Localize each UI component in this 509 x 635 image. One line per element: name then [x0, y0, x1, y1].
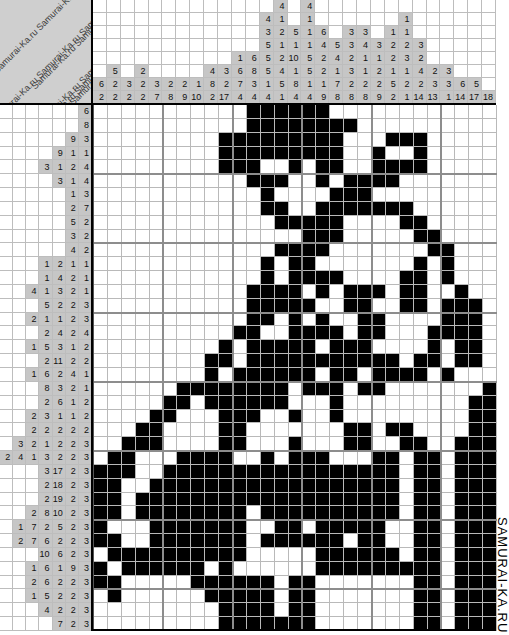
grid-cell-empty[interactable]	[136, 216, 150, 230]
grid-cell-empty[interactable]	[400, 465, 414, 479]
grid-cell-empty[interactable]	[483, 216, 497, 230]
grid-cell-filled[interactable]	[247, 147, 261, 161]
grid-cell-empty[interactable]	[219, 299, 233, 313]
grid-cell-empty[interactable]	[163, 423, 177, 437]
grid-cell-filled[interactable]	[233, 326, 247, 340]
grid-cell-empty[interactable]	[330, 105, 344, 119]
grid-cell-filled[interactable]	[414, 285, 428, 299]
grid-cell-empty[interactable]	[205, 105, 219, 119]
grid-cell-empty[interactable]	[330, 257, 344, 271]
grid-cell-empty[interactable]	[108, 285, 122, 299]
grid-cell-filled[interactable]	[330, 382, 344, 396]
grid-cell-empty[interactable]	[483, 299, 497, 313]
grid-cell-filled[interactable]	[275, 133, 289, 147]
grid-cell-empty[interactable]	[469, 119, 483, 133]
grid-cell-empty[interactable]	[455, 216, 469, 230]
grid-cell-filled[interactable]	[428, 340, 442, 354]
grid-cell-empty[interactable]	[289, 188, 303, 202]
grid-cell-filled[interactable]	[233, 382, 247, 396]
grid-cell-filled[interactable]	[483, 410, 497, 424]
grid-cell-filled[interactable]	[261, 354, 275, 368]
grid-cell-filled[interactable]	[205, 354, 219, 368]
grid-cell-filled[interactable]	[344, 562, 358, 576]
grid-cell-empty[interactable]	[316, 257, 330, 271]
grid-cell-filled[interactable]	[414, 603, 428, 617]
grid-cell-empty[interactable]	[386, 603, 400, 617]
grid-cell-empty[interactable]	[177, 147, 191, 161]
grid-cell-filled[interactable]	[302, 465, 316, 479]
grid-cell-empty[interactable]	[122, 299, 136, 313]
grid-cell-filled[interactable]	[163, 506, 177, 520]
grid-cell-filled[interactable]	[233, 160, 247, 174]
grid-cell-empty[interactable]	[261, 230, 275, 244]
grid-cell-empty[interactable]	[372, 133, 386, 147]
grid-cell-filled[interactable]	[302, 368, 316, 382]
grid-cell-empty[interactable]	[150, 147, 164, 161]
grid-cell-empty[interactable]	[177, 243, 191, 257]
grid-cell-filled[interactable]	[414, 368, 428, 382]
grid-cell-empty[interactable]	[233, 119, 247, 133]
grid-cell-filled[interactable]	[289, 493, 303, 507]
grid-cell-filled[interactable]	[344, 368, 358, 382]
grid-cell-empty[interactable]	[163, 202, 177, 216]
grid-cell-empty[interactable]	[455, 188, 469, 202]
grid-cell-empty[interactable]	[122, 202, 136, 216]
grid-cell-filled[interactable]	[414, 230, 428, 244]
grid-cell-empty[interactable]	[150, 617, 164, 631]
grid-cell-empty[interactable]	[177, 160, 191, 174]
grid-cell-filled[interactable]	[275, 216, 289, 230]
grid-cell-empty[interactable]	[94, 216, 108, 230]
grid-cell-filled[interactable]	[316, 562, 330, 576]
grid-cell-filled[interactable]	[414, 257, 428, 271]
grid-cell-filled[interactable]	[247, 354, 261, 368]
grid-cell-empty[interactable]	[150, 299, 164, 313]
grid-cell-filled[interactable]	[455, 313, 469, 327]
grid-cell-empty[interactable]	[94, 451, 108, 465]
grid-cell-empty[interactable]	[372, 576, 386, 590]
grid-cell-filled[interactable]	[247, 589, 261, 603]
grid-cell-empty[interactable]	[344, 576, 358, 590]
grid-cell-empty[interactable]	[400, 119, 414, 133]
grid-cell-empty[interactable]	[150, 589, 164, 603]
grid-cell-empty[interactable]	[191, 423, 205, 437]
grid-cell-filled[interactable]	[330, 506, 344, 520]
grid-cell-filled[interactable]	[372, 534, 386, 548]
grid-cell-filled[interactable]	[469, 340, 483, 354]
grid-cell-empty[interactable]	[150, 354, 164, 368]
grid-cell-empty[interactable]	[219, 243, 233, 257]
grid-cell-filled[interactable]	[344, 423, 358, 437]
grid-cell-empty[interactable]	[108, 340, 122, 354]
grid-cell-filled[interactable]	[400, 216, 414, 230]
grid-cell-empty[interactable]	[455, 382, 469, 396]
grid-cell-filled[interactable]	[108, 534, 122, 548]
grid-cell-empty[interactable]	[122, 520, 136, 534]
grid-cell-empty[interactable]	[136, 313, 150, 327]
grid-cell-empty[interactable]	[150, 160, 164, 174]
grid-cell-empty[interactable]	[94, 340, 108, 354]
grid-cell-empty[interactable]	[205, 243, 219, 257]
grid-cell-filled[interactable]	[163, 479, 177, 493]
grid-cell-filled[interactable]	[441, 313, 455, 327]
grid-cell-filled[interactable]	[233, 534, 247, 548]
grid-cell-filled[interactable]	[150, 520, 164, 534]
grid-cell-filled[interactable]	[247, 174, 261, 188]
grid-cell-filled[interactable]	[469, 576, 483, 590]
grid-cell-empty[interactable]	[136, 285, 150, 299]
grid-cell-empty[interactable]	[469, 230, 483, 244]
grid-cell-empty[interactable]	[441, 465, 455, 479]
grid-cell-empty[interactable]	[344, 257, 358, 271]
grid-cell-empty[interactable]	[330, 617, 344, 631]
grid-cell-empty[interactable]	[428, 105, 442, 119]
grid-cell-filled[interactable]	[316, 534, 330, 548]
grid-cell-empty[interactable]	[400, 243, 414, 257]
grid-cell-filled[interactable]	[428, 479, 442, 493]
grid-cell-empty[interactable]	[108, 354, 122, 368]
grid-cell-filled[interactable]	[191, 576, 205, 590]
grid-cell-empty[interactable]	[330, 313, 344, 327]
grid-cell-filled[interactable]	[122, 437, 136, 451]
grid-cell-empty[interactable]	[330, 299, 344, 313]
grid-cell-empty[interactable]	[94, 396, 108, 410]
grid-cell-filled[interactable]	[205, 589, 219, 603]
grid-cell-empty[interactable]	[219, 313, 233, 327]
grid-cell-filled[interactable]	[386, 133, 400, 147]
grid-cell-filled[interactable]	[414, 493, 428, 507]
grid-cell-empty[interactable]	[400, 548, 414, 562]
grid-cell-filled[interactable]	[428, 326, 442, 340]
grid-cell-filled[interactable]	[177, 534, 191, 548]
grid-cell-filled[interactable]	[275, 534, 289, 548]
grid-cell-empty[interactable]	[122, 243, 136, 257]
grid-cell-empty[interactable]	[400, 354, 414, 368]
grid-cell-filled[interactable]	[261, 313, 275, 327]
grid-cell-empty[interactable]	[247, 548, 261, 562]
grid-cell-empty[interactable]	[441, 576, 455, 590]
grid-cell-empty[interactable]	[441, 562, 455, 576]
grid-cell-empty[interactable]	[136, 230, 150, 244]
grid-cell-filled[interactable]	[275, 506, 289, 520]
grid-cell-filled[interactable]	[386, 479, 400, 493]
grid-cell-filled[interactable]	[358, 437, 372, 451]
grid-cell-filled[interactable]	[233, 423, 247, 437]
grid-cell-empty[interactable]	[163, 133, 177, 147]
grid-cell-filled[interactable]	[428, 534, 442, 548]
grid-cell-filled[interactable]	[455, 520, 469, 534]
grid-cell-filled[interactable]	[233, 617, 247, 631]
grid-cell-empty[interactable]	[205, 230, 219, 244]
grid-cell-empty[interactable]	[302, 562, 316, 576]
grid-cell-empty[interactable]	[261, 562, 275, 576]
grid-cell-empty[interactable]	[122, 133, 136, 147]
grid-cell-filled[interactable]	[372, 465, 386, 479]
grid-cell-empty[interactable]	[344, 105, 358, 119]
grid-cell-filled[interactable]	[289, 271, 303, 285]
grid-cell-filled[interactable]	[330, 202, 344, 216]
grid-cell-filled[interactable]	[483, 437, 497, 451]
grid-cell-filled[interactable]	[261, 451, 275, 465]
grid-cell-empty[interactable]	[441, 202, 455, 216]
grid-cell-empty[interactable]	[483, 188, 497, 202]
grid-cell-filled[interactable]	[219, 354, 233, 368]
grid-cell-empty[interactable]	[94, 174, 108, 188]
grid-cell-filled[interactable]	[122, 465, 136, 479]
grid-cell-filled[interactable]	[372, 520, 386, 534]
grid-cell-filled[interactable]	[302, 451, 316, 465]
grid-cell-filled[interactable]	[247, 465, 261, 479]
grid-cell-filled[interactable]	[428, 451, 442, 465]
grid-cell-empty[interactable]	[275, 576, 289, 590]
grid-cell-empty[interactable]	[289, 202, 303, 216]
grid-cell-filled[interactable]	[400, 133, 414, 147]
grid-cell-empty[interactable]	[233, 216, 247, 230]
grid-cell-filled[interactable]	[428, 617, 442, 631]
grid-cell-empty[interactable]	[469, 368, 483, 382]
grid-cell-filled[interactable]	[289, 313, 303, 327]
grid-cell-filled[interactable]	[316, 160, 330, 174]
grid-cell-empty[interactable]	[428, 368, 442, 382]
grid-cell-filled[interactable]	[302, 105, 316, 119]
grid-cell-empty[interactable]	[94, 617, 108, 631]
grid-cell-empty[interactable]	[414, 243, 428, 257]
grid-cell-empty[interactable]	[108, 271, 122, 285]
grid-cell-empty[interactable]	[136, 147, 150, 161]
grid-cell-empty[interactable]	[358, 603, 372, 617]
grid-cell-filled[interactable]	[455, 354, 469, 368]
grid-cell-empty[interactable]	[150, 202, 164, 216]
grid-cell-empty[interactable]	[219, 368, 233, 382]
grid-cell-empty[interactable]	[386, 243, 400, 257]
grid-cell-empty[interactable]	[177, 285, 191, 299]
grid-cell-empty[interactable]	[316, 396, 330, 410]
grid-cell-empty[interactable]	[441, 479, 455, 493]
grid-cell-filled[interactable]	[358, 202, 372, 216]
grid-cell-empty[interactable]	[330, 576, 344, 590]
grid-cell-filled[interactable]	[289, 147, 303, 161]
grid-cell-empty[interactable]	[122, 160, 136, 174]
grid-cell-empty[interactable]	[386, 119, 400, 133]
grid-cell-empty[interactable]	[150, 105, 164, 119]
grid-cell-filled[interactable]	[275, 354, 289, 368]
grid-cell-empty[interactable]	[136, 576, 150, 590]
grid-cell-filled[interactable]	[150, 506, 164, 520]
grid-cell-empty[interactable]	[191, 257, 205, 271]
grid-cell-filled[interactable]	[275, 382, 289, 396]
grid-cell-filled[interactable]	[302, 147, 316, 161]
grid-cell-empty[interactable]	[358, 119, 372, 133]
grid-cell-empty[interactable]	[358, 576, 372, 590]
grid-cell-empty[interactable]	[122, 271, 136, 285]
grid-cell-empty[interactable]	[150, 174, 164, 188]
grid-cell-empty[interactable]	[441, 382, 455, 396]
grid-cell-filled[interactable]	[233, 589, 247, 603]
grid-cell-empty[interactable]	[302, 188, 316, 202]
grid-cell-empty[interactable]	[191, 437, 205, 451]
grid-cell-filled[interactable]	[233, 548, 247, 562]
grid-cell-filled[interactable]	[358, 506, 372, 520]
grid-cell-empty[interactable]	[136, 520, 150, 534]
grid-cell-empty[interactable]	[233, 174, 247, 188]
grid-cell-empty[interactable]	[108, 423, 122, 437]
grid-cell-empty[interactable]	[358, 133, 372, 147]
grid-cell-filled[interactable]	[94, 576, 108, 590]
grid-cell-empty[interactable]	[455, 202, 469, 216]
grid-cell-filled[interactable]	[233, 133, 247, 147]
grid-cell-filled[interactable]	[233, 437, 247, 451]
grid-cell-filled[interactable]	[94, 465, 108, 479]
grid-cell-empty[interactable]	[483, 133, 497, 147]
grid-cell-filled[interactable]	[483, 396, 497, 410]
grid-cell-empty[interactable]	[414, 340, 428, 354]
grid-cell-filled[interactable]	[275, 202, 289, 216]
grid-cell-filled[interactable]	[386, 506, 400, 520]
grid-cell-empty[interactable]	[163, 216, 177, 230]
grid-cell-filled[interactable]	[94, 493, 108, 507]
grid-cell-empty[interactable]	[483, 271, 497, 285]
grid-cell-empty[interactable]	[122, 147, 136, 161]
grid-cell-empty[interactable]	[136, 396, 150, 410]
grid-cell-filled[interactable]	[247, 313, 261, 327]
grid-cell-empty[interactable]	[483, 160, 497, 174]
grid-cell-filled[interactable]	[372, 562, 386, 576]
grid-cell-empty[interactable]	[219, 230, 233, 244]
grid-cell-filled[interactable]	[205, 465, 219, 479]
grid-cell-filled[interactable]	[414, 354, 428, 368]
grid-cell-empty[interactable]	[316, 437, 330, 451]
grid-cell-filled[interactable]	[261, 603, 275, 617]
grid-cell-filled[interactable]	[177, 396, 191, 410]
grid-cell-empty[interactable]	[191, 617, 205, 631]
grid-cell-empty[interactable]	[469, 160, 483, 174]
grid-cell-empty[interactable]	[177, 576, 191, 590]
grid-cell-empty[interactable]	[163, 119, 177, 133]
grid-cell-empty[interactable]	[177, 354, 191, 368]
grid-cell-empty[interactable]	[136, 271, 150, 285]
grid-cell-empty[interactable]	[316, 410, 330, 424]
grid-cell-filled[interactable]	[344, 506, 358, 520]
grid-cell-empty[interactable]	[469, 202, 483, 216]
grid-cell-filled[interactable]	[275, 465, 289, 479]
grid-cell-empty[interactable]	[302, 410, 316, 424]
grid-cell-empty[interactable]	[150, 396, 164, 410]
grid-cell-empty[interactable]	[150, 465, 164, 479]
grid-cell-empty[interactable]	[441, 133, 455, 147]
grid-cell-filled[interactable]	[358, 423, 372, 437]
grid-cell-filled[interactable]	[191, 493, 205, 507]
grid-cell-filled[interactable]	[247, 617, 261, 631]
grid-cell-filled[interactable]	[150, 479, 164, 493]
grid-cell-empty[interactable]	[400, 174, 414, 188]
grid-cell-empty[interactable]	[219, 285, 233, 299]
grid-cell-filled[interactable]	[94, 562, 108, 576]
grid-cell-empty[interactable]	[205, 174, 219, 188]
grid-cell-empty[interactable]	[136, 119, 150, 133]
grid-cell-filled[interactable]	[302, 230, 316, 244]
grid-cell-empty[interactable]	[108, 119, 122, 133]
grid-cell-empty[interactable]	[455, 174, 469, 188]
grid-cell-filled[interactable]	[261, 396, 275, 410]
grid-cell-filled[interactable]	[219, 576, 233, 590]
grid-cell-empty[interactable]	[191, 396, 205, 410]
grid-cell-filled[interactable]	[400, 285, 414, 299]
grid-cell-filled[interactable]	[289, 160, 303, 174]
grid-cell-filled[interactable]	[455, 479, 469, 493]
grid-cell-empty[interactable]	[344, 271, 358, 285]
grid-cell-filled[interactable]	[94, 479, 108, 493]
grid-cell-empty[interactable]	[219, 105, 233, 119]
grid-cell-filled[interactable]	[441, 299, 455, 313]
grid-cell-filled[interactable]	[219, 423, 233, 437]
grid-cell-filled[interactable]	[247, 340, 261, 354]
grid-cell-empty[interactable]	[428, 133, 442, 147]
grid-cell-filled[interactable]	[177, 465, 191, 479]
grid-cell-filled[interactable]	[261, 188, 275, 202]
grid-cell-empty[interactable]	[344, 534, 358, 548]
grid-cell-filled[interactable]	[455, 437, 469, 451]
grid-cell-empty[interactable]	[191, 313, 205, 327]
grid-cell-empty[interactable]	[191, 243, 205, 257]
grid-cell-filled[interactable]	[289, 617, 303, 631]
grid-cell-filled[interactable]	[455, 548, 469, 562]
grid-cell-empty[interactable]	[122, 174, 136, 188]
grid-cell-filled[interactable]	[358, 465, 372, 479]
grid-cell-filled[interactable]	[289, 576, 303, 590]
grid-cell-filled[interactable]	[344, 119, 358, 133]
grid-cell-empty[interactable]	[94, 299, 108, 313]
grid-cell-empty[interactable]	[483, 230, 497, 244]
grid-cell-filled[interactable]	[400, 160, 414, 174]
grid-cell-empty[interactable]	[122, 534, 136, 548]
grid-cell-empty[interactable]	[219, 216, 233, 230]
grid-cell-empty[interactable]	[233, 105, 247, 119]
grid-cell-filled[interactable]	[205, 396, 219, 410]
grid-cell-filled[interactable]	[247, 410, 261, 424]
grid-cell-filled[interactable]	[177, 493, 191, 507]
grid-cell-filled[interactable]	[219, 562, 233, 576]
grid-cell-empty[interactable]	[428, 188, 442, 202]
grid-cell-filled[interactable]	[344, 174, 358, 188]
grid-cell-empty[interactable]	[233, 285, 247, 299]
grid-cell-empty[interactable]	[177, 202, 191, 216]
grid-cell-filled[interactable]	[372, 285, 386, 299]
grid-cell-filled[interactable]	[302, 243, 316, 257]
grid-cell-empty[interactable]	[122, 326, 136, 340]
grid-cell-empty[interactable]	[108, 105, 122, 119]
grid-cell-filled[interactable]	[316, 326, 330, 340]
grid-cell-filled[interactable]	[386, 548, 400, 562]
grid-cell-filled[interactable]	[289, 465, 303, 479]
grid-cell-filled[interactable]	[247, 105, 261, 119]
grid-cell-empty[interactable]	[275, 313, 289, 327]
grid-cell-filled[interactable]	[261, 202, 275, 216]
grid-cell-filled[interactable]	[247, 119, 261, 133]
grid-cell-empty[interactable]	[219, 174, 233, 188]
grid-cell-filled[interactable]	[247, 603, 261, 617]
grid-cell-filled[interactable]	[247, 493, 261, 507]
grid-cell-filled[interactable]	[372, 382, 386, 396]
grid-cell-filled[interactable]	[122, 562, 136, 576]
grid-cell-empty[interactable]	[108, 243, 122, 257]
grid-cell-empty[interactable]	[289, 548, 303, 562]
grid-cell-filled[interactable]	[414, 479, 428, 493]
grid-cell-filled[interactable]	[205, 493, 219, 507]
grid-cell-empty[interactable]	[94, 437, 108, 451]
grid-cell-filled[interactable]	[150, 493, 164, 507]
grid-cell-filled[interactable]	[386, 174, 400, 188]
grid-cell-filled[interactable]	[219, 451, 233, 465]
